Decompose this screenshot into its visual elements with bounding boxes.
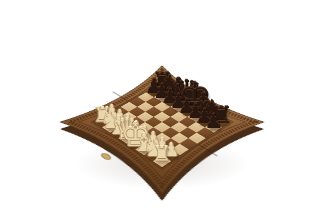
chessboard	[55, 63, 270, 197]
product-photo-scene: ♜♞♝♛♚♝♞♜♟♟♟♟♟♟♟♟♟♟♟♟♟♟♟♟♜♞♝♛♚♝♞♜	[0, 0, 320, 214]
